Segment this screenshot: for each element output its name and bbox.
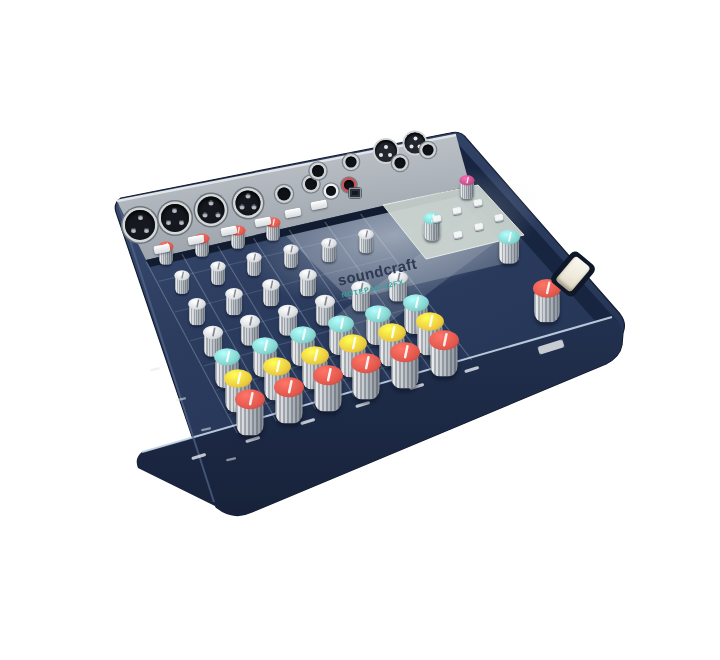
product-photo: soundcraft NOTEPAD-12FX (0, 0, 720, 660)
mixer-body-graphic (0, 0, 720, 660)
